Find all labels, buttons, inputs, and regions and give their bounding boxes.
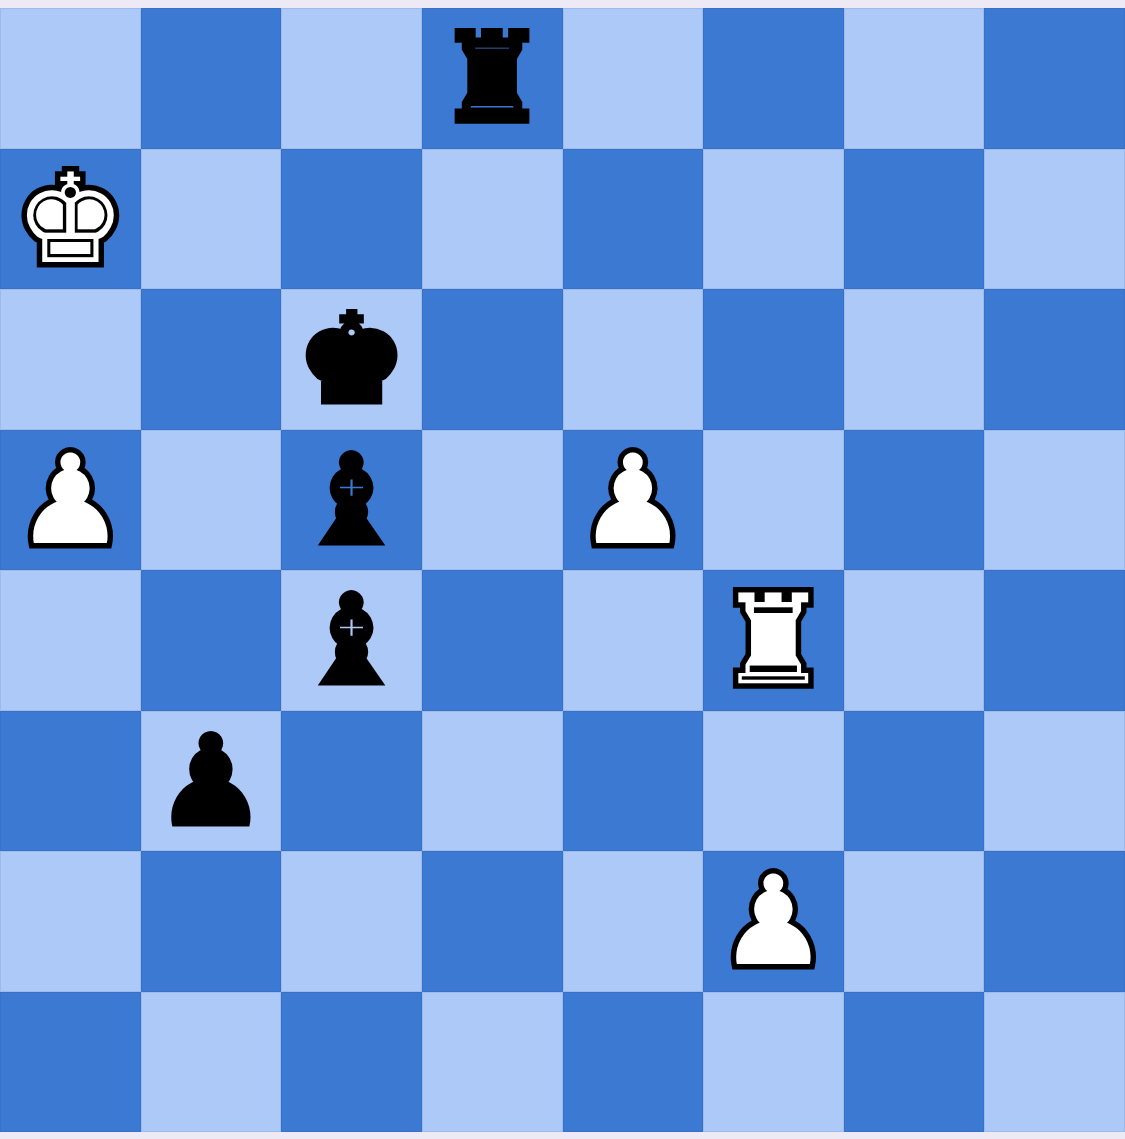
square-a7[interactable]: ♚♚ [0,149,141,290]
black-rook[interactable]: ♜♜ [422,8,563,149]
white-pawn[interactable]: ♟♟ [563,430,704,571]
square-d5[interactable] [422,430,563,571]
square-b7[interactable] [141,149,282,290]
square-g8[interactable] [844,8,985,149]
square-h8[interactable] [984,8,1125,149]
black-pawn[interactable]: ♟♟ [141,711,282,852]
square-a5[interactable]: ♟♟ [0,430,141,571]
page-background: ♜♜♚♚♚♚♟♟♝♝♟♟♝♝♜♜♟♟♟♟ [0,0,1125,1139]
square-h2[interactable] [984,851,1125,992]
square-g4[interactable] [844,570,985,711]
white-pawn-icon: ♟ [15,438,126,562]
square-a6[interactable] [0,289,141,430]
square-e3[interactable] [563,711,704,852]
square-b4[interactable] [141,570,282,711]
square-f3[interactable] [703,711,844,852]
square-g5[interactable] [844,430,985,571]
black-bishop[interactable]: ♝♝ [281,570,422,711]
square-d3[interactable] [422,711,563,852]
white-king-icon: ♚ [15,157,126,281]
square-f5[interactable] [703,430,844,571]
black-king-icon: ♚ [296,297,407,421]
white-pawn-icon: ♟ [577,438,688,562]
square-d1[interactable] [422,992,563,1133]
square-g2[interactable] [844,851,985,992]
black-bishop-icon: ♝ [296,438,407,562]
square-f1[interactable] [703,992,844,1133]
square-a4[interactable] [0,570,141,711]
white-pawn[interactable]: ♟♟ [0,430,141,571]
square-d4[interactable] [422,570,563,711]
square-e5[interactable]: ♟♟ [563,430,704,571]
square-d6[interactable] [422,289,563,430]
square-h5[interactable] [984,430,1125,571]
square-f6[interactable] [703,289,844,430]
square-f4[interactable]: ♜♜ [703,570,844,711]
square-g7[interactable] [844,149,985,290]
square-d7[interactable] [422,149,563,290]
square-c4[interactable]: ♝♝ [281,570,422,711]
black-bishop[interactable]: ♝♝ [281,430,422,571]
square-b3[interactable]: ♟♟ [141,711,282,852]
square-c2[interactable] [281,851,422,992]
square-e6[interactable] [563,289,704,430]
white-rook[interactable]: ♜♜ [703,570,844,711]
square-g1[interactable] [844,992,985,1133]
white-pawn-icon: ♟ [718,859,829,983]
black-rook-icon: ♜ [437,16,548,140]
square-a8[interactable] [0,8,141,149]
square-e8[interactable] [563,8,704,149]
square-c6[interactable]: ♚♚ [281,289,422,430]
square-d2[interactable] [422,851,563,992]
square-b2[interactable] [141,851,282,992]
square-b6[interactable] [141,289,282,430]
square-b5[interactable] [141,430,282,571]
white-rook-icon: ♜ [718,578,829,702]
white-king[interactable]: ♚♚ [0,149,141,290]
square-c8[interactable] [281,8,422,149]
black-bishop-icon: ♝ [296,578,407,702]
square-c7[interactable] [281,149,422,290]
square-g6[interactable] [844,289,985,430]
square-c3[interactable] [281,711,422,852]
square-h1[interactable] [984,992,1125,1133]
square-h7[interactable] [984,149,1125,290]
square-a2[interactable] [0,851,141,992]
square-f8[interactable] [703,8,844,149]
square-c1[interactable] [281,992,422,1133]
square-e7[interactable] [563,149,704,290]
black-pawn-icon: ♟ [155,719,266,843]
white-pawn[interactable]: ♟♟ [703,851,844,992]
square-a3[interactable] [0,711,141,852]
square-c5[interactable]: ♝♝ [281,430,422,571]
square-a1[interactable] [0,992,141,1133]
square-e4[interactable] [563,570,704,711]
square-f2[interactable]: ♟♟ [703,851,844,992]
black-king[interactable]: ♚♚ [281,289,422,430]
square-d8[interactable]: ♜♜ [422,8,563,149]
square-e2[interactable] [563,851,704,992]
square-b1[interactable] [141,992,282,1133]
square-h6[interactable] [984,289,1125,430]
square-e1[interactable] [563,992,704,1133]
square-b8[interactable] [141,8,282,149]
square-h3[interactable] [984,711,1125,852]
square-f7[interactable] [703,149,844,290]
square-g3[interactable] [844,711,985,852]
square-h4[interactable] [984,570,1125,711]
chess-board: ♜♜♚♚♚♚♟♟♝♝♟♟♝♝♜♜♟♟♟♟ [0,8,1125,1132]
